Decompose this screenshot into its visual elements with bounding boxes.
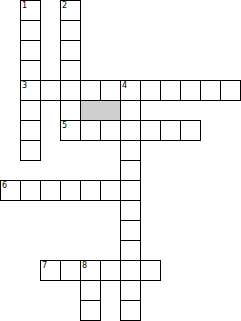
grid-cell[interactable]: [60, 60, 81, 81]
grid-cell[interactable]: [120, 220, 141, 241]
grid-cell[interactable]: [60, 40, 81, 61]
grid-cell[interactable]: 7: [40, 260, 61, 281]
grid-cell[interactable]: [140, 120, 161, 141]
grid-cell[interactable]: [120, 240, 141, 261]
grid-cell[interactable]: [120, 160, 141, 181]
grid-cell[interactable]: [220, 80, 241, 101]
crossword-board: 12345678: [0, 0, 241, 321]
grid-cell[interactable]: [80, 180, 101, 201]
grid-cell[interactable]: [120, 300, 141, 321]
grid-cell[interactable]: [120, 140, 141, 161]
grid-cell[interactable]: [100, 260, 121, 281]
grid-cell[interactable]: [120, 120, 141, 141]
grid-cell[interactable]: [60, 100, 81, 121]
clue-number: 2: [62, 1, 67, 10]
grid-cell[interactable]: [120, 200, 141, 221]
grid-cell[interactable]: [60, 180, 81, 201]
grid-cell[interactable]: [100, 80, 121, 101]
grid-cell[interactable]: 6: [0, 180, 21, 201]
grid-cell[interactable]: [140, 80, 161, 101]
shaded-cell: [80, 100, 121, 121]
grid-cell[interactable]: [20, 180, 41, 201]
grid-cell[interactable]: [120, 260, 141, 281]
clue-number: 5: [62, 121, 67, 130]
clue-number: 1: [22, 1, 27, 10]
grid-cell[interactable]: [120, 100, 141, 121]
grid-cell[interactable]: [40, 80, 61, 101]
clue-number: 4: [122, 81, 127, 90]
grid-cell[interactable]: [60, 260, 81, 281]
grid-cell[interactable]: [20, 60, 41, 81]
grid-cell[interactable]: [80, 280, 101, 301]
grid-cell[interactable]: 8: [80, 260, 101, 281]
grid-cell[interactable]: [20, 40, 41, 61]
grid-cell[interactable]: [140, 260, 161, 281]
grid-cell[interactable]: [180, 120, 201, 141]
grid-cell[interactable]: [120, 180, 141, 201]
grid-cell[interactable]: [120, 280, 141, 301]
clue-number: 6: [2, 181, 7, 190]
clue-number: 7: [42, 261, 47, 270]
grid-cell[interactable]: [160, 80, 181, 101]
grid-cell[interactable]: [80, 300, 101, 321]
grid-cell[interactable]: [200, 80, 221, 101]
clue-number: 3: [22, 81, 27, 90]
grid-cell[interactable]: 5: [60, 120, 81, 141]
grid-cell[interactable]: [100, 120, 121, 141]
grid-cell[interactable]: [20, 100, 41, 121]
grid-cell[interactable]: [80, 80, 101, 101]
clue-number: 8: [82, 261, 87, 270]
grid-cell[interactable]: 1: [20, 0, 41, 21]
grid-cell[interactable]: 2: [60, 0, 81, 21]
grid-cell[interactable]: [180, 80, 201, 101]
grid-cell[interactable]: [20, 120, 41, 141]
grid-cell[interactable]: [80, 120, 101, 141]
grid-cell[interactable]: [60, 80, 81, 101]
grid-cell[interactable]: 4: [120, 80, 141, 101]
grid-cell[interactable]: [100, 180, 121, 201]
grid-cell[interactable]: [40, 180, 61, 201]
grid-cell[interactable]: 3: [20, 80, 41, 101]
grid-cell[interactable]: [160, 120, 181, 141]
grid-cell[interactable]: [60, 20, 81, 41]
grid-cell[interactable]: [20, 20, 41, 41]
grid-cell[interactable]: [20, 140, 41, 161]
